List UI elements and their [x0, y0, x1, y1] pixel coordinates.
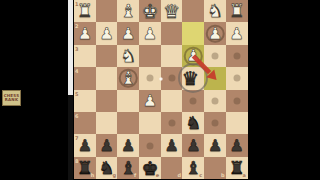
scrollbar-track-lower: [68, 95, 73, 180]
square-d1[interactable]: [161, 0, 183, 22]
square-e1[interactable]: [139, 0, 161, 22]
watermark-badge: CHESS RANK: [2, 90, 21, 106]
square-a5[interactable]: [226, 90, 248, 112]
square-h4[interactable]: [74, 67, 96, 89]
square-b3[interactable]: [204, 45, 226, 67]
letterbox-right: [248, 0, 320, 180]
square-b7[interactable]: [204, 134, 226, 156]
square-d2[interactable]: [161, 22, 183, 44]
square-e3[interactable]: [139, 45, 161, 67]
square-d7[interactable]: [161, 134, 183, 156]
square-d4[interactable]: [161, 67, 183, 89]
square-c7[interactable]: [182, 134, 204, 156]
square-b8[interactable]: [204, 157, 226, 179]
square-c4[interactable]: [182, 67, 204, 89]
square-b6[interactable]: [204, 112, 226, 134]
square-d6[interactable]: [161, 112, 183, 134]
square-a6[interactable]: [226, 112, 248, 134]
square-f2[interactable]: [117, 22, 139, 44]
square-e5[interactable]: [139, 90, 161, 112]
square-a1[interactable]: [226, 0, 248, 22]
square-c3[interactable]: [182, 45, 204, 67]
square-e6[interactable]: [139, 112, 161, 134]
square-h2[interactable]: [74, 22, 96, 44]
square-b5[interactable]: [204, 90, 226, 112]
square-a3[interactable]: [226, 45, 248, 67]
square-f3[interactable]: [117, 45, 139, 67]
scrollbar-strip[interactable]: [68, 0, 73, 95]
square-h1[interactable]: [74, 0, 96, 22]
chess-board[interactable]: ♜♝♚♛♞♜♟♟♟♟♟♟♞♟♝♟♞♟♟♟♟♟♟♟♜♞♝♚♝♜♛12345678h…: [74, 0, 248, 179]
square-g5[interactable]: [96, 90, 118, 112]
square-d8[interactable]: [161, 157, 183, 179]
square-c2[interactable]: [182, 22, 204, 44]
square-h5[interactable]: [74, 90, 96, 112]
square-b4[interactable]: [204, 67, 226, 89]
square-g8[interactable]: [96, 157, 118, 179]
square-a7[interactable]: [226, 134, 248, 156]
square-a8[interactable]: [226, 157, 248, 179]
square-f4[interactable]: [117, 67, 139, 89]
square-h7[interactable]: [74, 134, 96, 156]
square-f6[interactable]: [117, 112, 139, 134]
square-c5[interactable]: [182, 90, 204, 112]
square-c1[interactable]: [182, 0, 204, 22]
square-f7[interactable]: [117, 134, 139, 156]
square-f5[interactable]: [117, 90, 139, 112]
video-frame: ♜♝♚♛♞♜♟♟♟♟♟♟♞♟♝♟♞♟♟♟♟♟♟♟♜♞♝♚♝♜♛12345678h…: [0, 0, 320, 180]
square-h8[interactable]: [74, 157, 96, 179]
square-b2[interactable]: [204, 22, 226, 44]
square-b1[interactable]: [204, 0, 226, 22]
square-g7[interactable]: [96, 134, 118, 156]
square-g2[interactable]: [96, 22, 118, 44]
square-g3[interactable]: [96, 45, 118, 67]
square-e8[interactable]: [139, 157, 161, 179]
square-g6[interactable]: [96, 112, 118, 134]
square-e7[interactable]: [139, 134, 161, 156]
square-e4[interactable]: [139, 67, 161, 89]
square-e2[interactable]: [139, 22, 161, 44]
square-g1[interactable]: [96, 0, 118, 22]
square-d3[interactable]: [161, 45, 183, 67]
square-h3[interactable]: [74, 45, 96, 67]
square-c6[interactable]: [182, 112, 204, 134]
square-g4[interactable]: [96, 67, 118, 89]
square-f8[interactable]: [117, 157, 139, 179]
square-f1[interactable]: [117, 0, 139, 22]
square-h6[interactable]: [74, 112, 96, 134]
square-a2[interactable]: [226, 22, 248, 44]
watermark-line-2: RANK: [5, 98, 18, 103]
square-c8[interactable]: [182, 157, 204, 179]
square-d5[interactable]: [161, 90, 183, 112]
square-a4[interactable]: [226, 67, 248, 89]
